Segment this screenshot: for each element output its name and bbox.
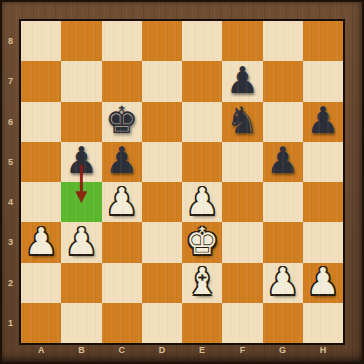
square-a5[interactable] <box>21 142 61 182</box>
square-e3[interactable]: ♚ <box>182 222 222 262</box>
board: ♟♚♞♟♟♟♟♟♟♟♟♚♝♟♟ <box>21 21 343 343</box>
square-d8[interactable] <box>142 21 182 61</box>
square-e8[interactable] <box>182 21 222 61</box>
file-label-C: C <box>102 342 142 358</box>
square-a7[interactable] <box>21 61 61 101</box>
square-b2[interactable] <box>61 263 101 303</box>
square-f2[interactable] <box>222 263 262 303</box>
piece-white-king[interactable]: ♚ <box>186 223 219 260</box>
square-f5[interactable] <box>222 142 262 182</box>
piece-white-pawn[interactable]: ♟ <box>105 183 138 220</box>
chess-board-frame: 87654321 ABCDEFGH ♟♚♞♟♟♟♟♟♟♟♟♚♝♟♟ <box>0 0 364 364</box>
rank-label-2: 2 <box>0 263 21 303</box>
square-b4[interactable] <box>61 182 101 222</box>
square-d5[interactable] <box>142 142 182 182</box>
file-label-F: F <box>222 342 262 358</box>
file-label-B: B <box>61 342 101 358</box>
rank-labels: 87654321 <box>0 21 21 343</box>
piece-white-pawn[interactable]: ♟ <box>65 223 98 260</box>
piece-white-pawn[interactable]: ♟ <box>266 263 299 300</box>
square-b3[interactable]: ♟ <box>61 222 101 262</box>
square-f7[interactable]: ♟ <box>222 61 262 101</box>
square-h3[interactable] <box>303 222 343 262</box>
square-e7[interactable] <box>182 61 222 101</box>
square-g3[interactable] <box>263 222 303 262</box>
square-h5[interactable] <box>303 142 343 182</box>
square-f6[interactable]: ♞ <box>222 102 262 142</box>
square-c3[interactable] <box>102 222 142 262</box>
square-c8[interactable] <box>102 21 142 61</box>
square-h2[interactable]: ♟ <box>303 263 343 303</box>
file-label-A: A <box>21 342 61 358</box>
square-c7[interactable] <box>102 61 142 101</box>
square-d6[interactable] <box>142 102 182 142</box>
square-e5[interactable] <box>182 142 222 182</box>
square-g7[interactable] <box>263 61 303 101</box>
square-e2[interactable]: ♝ <box>182 263 222 303</box>
square-h1[interactable] <box>303 303 343 343</box>
square-c4[interactable]: ♟ <box>102 182 142 222</box>
file-label-E: E <box>182 342 222 358</box>
square-h7[interactable] <box>303 61 343 101</box>
square-e4[interactable]: ♟ <box>182 182 222 222</box>
piece-black-pawn[interactable]: ♟ <box>105 142 138 179</box>
rank-label-5: 5 <box>0 142 21 182</box>
square-f3[interactable] <box>222 222 262 262</box>
square-e1[interactable] <box>182 303 222 343</box>
square-d1[interactable] <box>142 303 182 343</box>
piece-white-bishop[interactable]: ♝ <box>186 263 219 300</box>
square-e6[interactable] <box>182 102 222 142</box>
rank-label-8: 8 <box>0 21 21 61</box>
piece-black-knight[interactable]: ♞ <box>226 102 259 139</box>
board-squares: ♟♚♞♟♟♟♟♟♟♟♟♚♝♟♟ <box>21 21 343 343</box>
piece-black-pawn[interactable]: ♟ <box>226 62 259 99</box>
square-g1[interactable] <box>263 303 303 343</box>
square-d2[interactable] <box>142 263 182 303</box>
square-g2[interactable]: ♟ <box>263 263 303 303</box>
square-h4[interactable] <box>303 182 343 222</box>
square-g5[interactable]: ♟ <box>263 142 303 182</box>
piece-black-pawn[interactable]: ♟ <box>266 142 299 179</box>
square-f4[interactable] <box>222 182 262 222</box>
file-label-H: H <box>303 342 343 358</box>
square-a6[interactable] <box>21 102 61 142</box>
rank-label-1: 1 <box>0 303 21 343</box>
square-c5[interactable]: ♟ <box>102 142 142 182</box>
square-h8[interactable] <box>303 21 343 61</box>
rank-label-6: 6 <box>0 102 21 142</box>
square-c6[interactable]: ♚ <box>102 102 142 142</box>
square-b6[interactable] <box>61 102 101 142</box>
square-f8[interactable] <box>222 21 262 61</box>
square-g8[interactable] <box>263 21 303 61</box>
square-d7[interactable] <box>142 61 182 101</box>
rank-label-7: 7 <box>0 61 21 101</box>
square-a1[interactable] <box>21 303 61 343</box>
square-g4[interactable] <box>263 182 303 222</box>
square-a4[interactable] <box>21 182 61 222</box>
square-h6[interactable]: ♟ <box>303 102 343 142</box>
square-a2[interactable] <box>21 263 61 303</box>
square-d4[interactable] <box>142 182 182 222</box>
rank-label-3: 3 <box>0 222 21 262</box>
square-b5[interactable]: ♟ <box>61 142 101 182</box>
square-b1[interactable] <box>61 303 101 343</box>
piece-black-pawn[interactable]: ♟ <box>306 102 339 139</box>
piece-black-king[interactable]: ♚ <box>105 102 138 139</box>
file-label-G: G <box>263 342 303 358</box>
piece-white-pawn[interactable]: ♟ <box>25 223 58 260</box>
square-a3[interactable]: ♟ <box>21 222 61 262</box>
square-f1[interactable] <box>222 303 262 343</box>
rank-label-4: 4 <box>0 182 21 222</box>
square-g6[interactable] <box>263 102 303 142</box>
piece-black-pawn[interactable]: ♟ <box>65 142 98 179</box>
square-b7[interactable] <box>61 61 101 101</box>
piece-white-pawn[interactable]: ♟ <box>186 183 219 220</box>
square-b8[interactable] <box>61 21 101 61</box>
square-c2[interactable] <box>102 263 142 303</box>
square-a8[interactable] <box>21 21 61 61</box>
square-d3[interactable] <box>142 222 182 262</box>
file-label-D: D <box>142 342 182 358</box>
piece-white-pawn[interactable]: ♟ <box>306 263 339 300</box>
square-c1[interactable] <box>102 303 142 343</box>
file-labels: ABCDEFGH <box>21 342 343 358</box>
